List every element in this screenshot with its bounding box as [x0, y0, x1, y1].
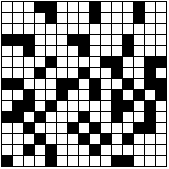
white-cell[interactable] [145, 24, 155, 34]
white-cell[interactable] [101, 90, 111, 100]
black-cell [13, 79, 23, 89]
white-cell[interactable] [2, 90, 12, 100]
white-cell[interactable] [79, 57, 89, 67]
white-cell[interactable] [123, 68, 133, 78]
white-cell[interactable] [2, 2, 12, 12]
white-cell[interactable] [46, 46, 56, 56]
black-cell [145, 79, 155, 89]
black-cell [156, 79, 166, 89]
black-cell [24, 145, 34, 155]
white-cell[interactable] [101, 112, 111, 122]
white-cell[interactable] [101, 24, 111, 34]
white-cell[interactable] [112, 24, 122, 34]
white-cell[interactable] [24, 156, 34, 166]
white-cell[interactable] [57, 145, 67, 155]
black-cell [112, 156, 122, 166]
white-cell[interactable] [90, 156, 100, 166]
black-cell [68, 35, 78, 45]
black-cell [57, 90, 67, 100]
white-cell[interactable] [35, 79, 45, 89]
black-cell [13, 112, 23, 122]
white-cell[interactable] [35, 90, 45, 100]
black-cell [13, 101, 23, 111]
white-cell[interactable] [145, 2, 155, 12]
white-cell[interactable] [2, 24, 12, 34]
white-cell[interactable] [112, 35, 122, 45]
black-cell [112, 68, 122, 78]
white-cell[interactable] [13, 13, 23, 23]
white-cell[interactable] [68, 156, 78, 166]
white-cell[interactable] [134, 68, 144, 78]
white-cell[interactable] [101, 35, 111, 45]
black-cell [134, 90, 144, 100]
white-cell[interactable] [46, 112, 56, 122]
white-cell[interactable] [35, 123, 45, 133]
white-cell[interactable] [112, 46, 122, 56]
black-cell [90, 90, 100, 100]
black-cell [145, 57, 155, 67]
black-cell [24, 35, 34, 45]
white-cell[interactable] [79, 156, 89, 166]
black-cell [101, 134, 111, 144]
black-cell [134, 123, 144, 133]
white-cell[interactable] [13, 24, 23, 34]
white-cell[interactable] [46, 90, 56, 100]
black-cell [46, 145, 56, 155]
white-cell[interactable] [68, 57, 78, 67]
white-cell[interactable] [134, 24, 144, 34]
white-cell[interactable] [35, 101, 45, 111]
white-cell[interactable] [145, 145, 155, 155]
black-cell [2, 156, 12, 166]
white-cell[interactable] [24, 2, 34, 12]
white-cell[interactable] [112, 79, 122, 89]
black-cell [156, 90, 166, 100]
white-cell[interactable] [2, 57, 12, 67]
white-cell[interactable] [46, 79, 56, 89]
white-cell[interactable] [134, 46, 144, 56]
white-cell[interactable] [57, 156, 67, 166]
white-cell[interactable] [101, 156, 111, 166]
white-cell[interactable] [13, 123, 23, 133]
black-cell [145, 112, 155, 122]
white-cell[interactable] [13, 57, 23, 67]
white-cell[interactable] [90, 101, 100, 111]
white-cell[interactable] [2, 134, 12, 144]
white-cell[interactable] [101, 13, 111, 23]
black-cell [90, 145, 100, 155]
white-cell[interactable] [90, 134, 100, 144]
black-cell [2, 112, 12, 122]
white-cell[interactable] [79, 123, 89, 133]
white-cell[interactable] [156, 46, 166, 56]
white-cell[interactable] [112, 123, 122, 133]
black-cell [79, 35, 89, 45]
white-cell[interactable] [57, 112, 67, 122]
black-cell [90, 123, 100, 133]
black-cell [134, 2, 144, 12]
white-cell[interactable] [68, 68, 78, 78]
white-cell[interactable] [2, 46, 12, 56]
white-cell[interactable] [57, 68, 67, 78]
white-cell[interactable] [2, 145, 12, 155]
white-cell[interactable] [112, 134, 122, 144]
white-cell[interactable] [79, 101, 89, 111]
white-cell[interactable] [90, 68, 100, 78]
white-cell[interactable] [112, 145, 122, 155]
black-cell [46, 13, 56, 23]
white-cell[interactable] [24, 79, 34, 89]
white-cell[interactable] [35, 145, 45, 155]
white-cell[interactable] [134, 112, 144, 122]
black-cell [79, 112, 89, 122]
black-cell [123, 46, 133, 56]
white-cell[interactable] [134, 134, 144, 144]
white-cell[interactable] [24, 112, 34, 122]
white-cell[interactable] [101, 101, 111, 111]
black-cell [112, 90, 122, 100]
black-cell [90, 13, 100, 23]
white-cell[interactable] [134, 156, 144, 166]
white-cell[interactable] [101, 46, 111, 56]
white-cell[interactable] [57, 101, 67, 111]
white-cell[interactable] [13, 46, 23, 56]
white-cell[interactable] [156, 2, 166, 12]
black-cell [123, 35, 133, 45]
white-cell[interactable] [46, 35, 56, 45]
white-cell[interactable] [145, 46, 155, 56]
white-cell[interactable] [13, 156, 23, 166]
black-cell [35, 134, 45, 144]
black-cell [46, 101, 56, 111]
white-cell[interactable] [35, 24, 45, 34]
white-cell[interactable] [13, 134, 23, 144]
white-cell[interactable] [156, 35, 166, 45]
white-cell[interactable] [57, 24, 67, 34]
white-cell[interactable] [79, 2, 89, 12]
white-cell[interactable] [90, 35, 100, 45]
white-cell[interactable] [134, 145, 144, 155]
white-cell[interactable] [156, 156, 166, 166]
black-cell [123, 79, 133, 89]
white-cell[interactable] [123, 112, 133, 122]
white-cell[interactable] [156, 68, 166, 78]
white-cell[interactable] [123, 24, 133, 34]
white-cell[interactable] [101, 145, 111, 155]
white-cell[interactable] [134, 101, 144, 111]
black-cell [79, 46, 89, 56]
white-cell[interactable] [112, 13, 122, 23]
white-cell[interactable] [68, 24, 78, 34]
white-cell[interactable] [123, 13, 133, 23]
white-cell[interactable] [156, 24, 166, 34]
white-cell[interactable] [79, 24, 89, 34]
black-cell [24, 90, 34, 100]
black-cell [156, 57, 166, 67]
white-cell[interactable] [46, 134, 56, 144]
white-cell[interactable] [68, 134, 78, 144]
black-cell [101, 57, 111, 67]
white-cell[interactable] [35, 57, 45, 67]
white-cell[interactable] [79, 13, 89, 23]
white-cell[interactable] [145, 156, 155, 166]
white-cell[interactable] [123, 57, 133, 67]
white-cell[interactable] [35, 156, 45, 166]
white-cell[interactable] [35, 13, 45, 23]
white-cell[interactable] [57, 123, 67, 133]
white-cell[interactable] [123, 145, 133, 155]
white-cell[interactable] [24, 57, 34, 67]
white-cell[interactable] [57, 35, 67, 45]
white-cell[interactable] [101, 79, 111, 89]
white-cell[interactable] [57, 57, 67, 67]
white-cell[interactable] [123, 123, 133, 133]
white-cell[interactable] [101, 68, 111, 78]
white-cell[interactable] [2, 13, 12, 23]
black-cell [90, 2, 100, 12]
black-cell [2, 79, 12, 89]
black-cell [24, 46, 34, 56]
black-cell [112, 101, 122, 111]
white-cell[interactable] [156, 112, 166, 122]
black-cell [112, 112, 122, 122]
white-cell[interactable] [68, 46, 78, 56]
white-cell[interactable] [90, 112, 100, 122]
white-cell[interactable] [134, 57, 144, 67]
black-cell [123, 156, 133, 166]
white-cell[interactable] [112, 2, 122, 12]
black-cell [35, 2, 45, 12]
white-cell[interactable] [57, 46, 67, 56]
white-cell[interactable] [156, 123, 166, 133]
black-cell [79, 134, 89, 144]
white-cell[interactable] [156, 134, 166, 144]
black-cell [13, 35, 23, 45]
white-cell[interactable] [2, 68, 12, 78]
white-cell[interactable] [101, 2, 111, 12]
black-cell [123, 101, 133, 111]
white-cell[interactable] [57, 134, 67, 144]
black-cell [112, 57, 122, 67]
white-cell[interactable] [134, 79, 144, 89]
white-cell[interactable] [68, 101, 78, 111]
white-cell[interactable] [13, 90, 23, 100]
white-cell[interactable] [90, 46, 100, 56]
black-cell [134, 13, 144, 23]
white-cell[interactable] [35, 46, 45, 56]
white-cell[interactable] [79, 90, 89, 100]
white-cell[interactable] [90, 24, 100, 34]
white-cell[interactable] [79, 79, 89, 89]
black-cell [145, 123, 155, 133]
white-cell[interactable] [145, 134, 155, 144]
white-cell[interactable] [24, 13, 34, 23]
white-cell[interactable] [2, 101, 12, 111]
white-cell[interactable] [145, 90, 155, 100]
white-cell[interactable] [101, 123, 111, 133]
white-cell[interactable] [68, 112, 78, 122]
black-cell [35, 112, 45, 122]
white-cell[interactable] [46, 24, 56, 34]
white-cell[interactable] [156, 101, 166, 111]
black-cell [68, 123, 78, 133]
white-cell[interactable] [24, 24, 34, 34]
white-cell[interactable] [2, 123, 12, 133]
black-cell [79, 68, 89, 78]
black-cell [68, 79, 78, 89]
white-cell[interactable] [134, 35, 144, 45]
black-cell [24, 123, 34, 133]
white-cell[interactable] [123, 90, 133, 100]
white-cell[interactable] [24, 134, 34, 144]
white-cell[interactable] [35, 35, 45, 45]
white-cell[interactable] [57, 2, 67, 12]
white-cell[interactable] [68, 13, 78, 23]
white-cell[interactable] [68, 90, 78, 100]
white-cell[interactable] [68, 2, 78, 12]
crossword-screenshot [0, 0, 169, 169]
white-cell[interactable] [145, 35, 155, 45]
white-cell[interactable] [46, 68, 56, 78]
black-cell [57, 79, 67, 89]
crossword-board [1, 1, 167, 167]
black-cell [123, 134, 133, 144]
white-cell[interactable] [145, 13, 155, 23]
black-cell [46, 156, 56, 166]
white-cell[interactable] [68, 145, 78, 155]
white-cell[interactable] [79, 145, 89, 155]
white-cell[interactable] [156, 145, 166, 155]
white-cell[interactable] [156, 13, 166, 23]
black-cell [2, 35, 12, 45]
black-cell [145, 68, 155, 78]
white-cell[interactable] [13, 145, 23, 155]
black-cell [90, 79, 100, 89]
black-cell [35, 68, 45, 78]
white-cell[interactable] [123, 2, 133, 12]
white-cell[interactable] [24, 68, 34, 78]
black-cell [24, 101, 34, 111]
white-cell[interactable] [90, 57, 100, 67]
black-cell [145, 101, 155, 111]
white-cell[interactable] [57, 13, 67, 23]
white-cell[interactable] [46, 123, 56, 133]
black-cell [46, 57, 56, 67]
white-cell[interactable] [13, 2, 23, 12]
black-cell [46, 2, 56, 12]
white-cell[interactable] [13, 68, 23, 78]
